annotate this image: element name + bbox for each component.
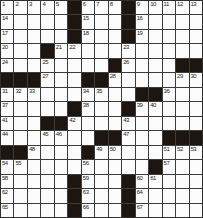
- crossword-cell[interactable]: [109, 204, 121, 217]
- clue-number: 48: [29, 146, 35, 153]
- black-square: [122, 15, 134, 28]
- clue-number: 63: [83, 189, 89, 196]
- black-square: [14, 146, 26, 159]
- crossword-cell[interactable]: 25: [41, 59, 53, 72]
- crossword-cell[interactable]: [28, 204, 40, 217]
- black-square: [41, 117, 53, 130]
- crossword-cell[interactable]: 44: [1, 131, 13, 144]
- crossword-cell[interactable]: [55, 59, 67, 72]
- crossword-cell[interactable]: [14, 204, 26, 217]
- clue-number: 38: [83, 102, 89, 109]
- clue-number: 43: [123, 117, 129, 124]
- crossword-cell[interactable]: [68, 131, 80, 144]
- clue-number: 39: [137, 102, 143, 109]
- clue-number: 51: [164, 146, 170, 153]
- crossword-cell[interactable]: [149, 117, 161, 130]
- clue-number: 52: [177, 146, 183, 153]
- crossword-cell[interactable]: [28, 160, 40, 173]
- crossword-cell[interactable]: [163, 30, 175, 43]
- black-square: [122, 30, 134, 43]
- crossword-cell[interactable]: 50: [109, 146, 121, 159]
- crossword-cell[interactable]: [176, 30, 188, 43]
- crossword-grid: 1234567891011121314151617181920212223242…: [0, 0, 203, 218]
- black-square: [95, 131, 107, 144]
- black-square: [14, 73, 26, 86]
- crossword-cell[interactable]: [28, 15, 40, 28]
- crossword-cell[interactable]: 40: [149, 102, 161, 115]
- crossword-cell[interactable]: [190, 30, 202, 43]
- clue-number: 32: [15, 88, 21, 95]
- black-square: [122, 1, 134, 14]
- black-square: [109, 59, 121, 72]
- crossword-cell[interactable]: [109, 30, 121, 43]
- crossword-cell[interactable]: [122, 160, 134, 173]
- black-square: [149, 88, 161, 101]
- crossword-cell[interactable]: 30: [190, 73, 202, 86]
- crossword-cell[interactable]: [28, 30, 40, 43]
- black-square: [176, 59, 188, 72]
- clue-number: 27: [42, 73, 48, 80]
- clue-number: 37: [2, 102, 8, 109]
- crossword-cell[interactable]: [176, 88, 188, 101]
- crossword-cell[interactable]: [28, 189, 40, 202]
- black-square: [122, 189, 134, 202]
- clue-number: 18: [83, 30, 89, 37]
- crossword-cell[interactable]: [28, 117, 40, 130]
- crossword-cell[interactable]: 54: [1, 160, 13, 173]
- crossword-cell[interactable]: [176, 117, 188, 130]
- black-square: [163, 131, 175, 144]
- crossword-cell[interactable]: [55, 189, 67, 202]
- crossword-cell[interactable]: 6: [82, 1, 94, 14]
- clue-number: 33: [29, 88, 35, 95]
- crossword-cell[interactable]: [28, 102, 40, 115]
- crossword-cell[interactable]: [95, 175, 107, 188]
- crossword-cell[interactable]: [176, 102, 188, 115]
- crossword-cell[interactable]: [136, 146, 148, 159]
- crossword-cell[interactable]: 59: [82, 175, 94, 188]
- crossword-cell[interactable]: [163, 175, 175, 188]
- crossword-cell[interactable]: 1: [1, 1, 13, 14]
- crossword-cell[interactable]: [163, 102, 175, 115]
- crossword-cell[interactable]: 3: [28, 1, 40, 14]
- clue-number: 65: [2, 204, 8, 211]
- crossword-cell[interactable]: 32: [14, 88, 26, 101]
- black-square: [190, 59, 202, 72]
- crossword-cell[interactable]: [14, 59, 26, 72]
- crossword-cell[interactable]: 13: [190, 1, 202, 14]
- black-square: [149, 160, 161, 173]
- black-square: [68, 30, 80, 43]
- crossword-cell[interactable]: [136, 131, 148, 144]
- crossword-cell[interactable]: 41: [1, 117, 13, 130]
- crossword-cell[interactable]: [149, 204, 161, 217]
- crossword-cell[interactable]: 28: [109, 73, 121, 86]
- clue-number: 41: [2, 117, 8, 124]
- crossword-cell[interactable]: 31: [1, 88, 13, 101]
- crossword-cell[interactable]: 56: [82, 160, 94, 173]
- crossword-cell[interactable]: 10: [149, 1, 161, 14]
- crossword-cell[interactable]: 48: [28, 146, 40, 159]
- clue-number: 7: [96, 1, 99, 8]
- crossword-cell[interactable]: [190, 88, 202, 101]
- crossword-cell[interactable]: [55, 73, 67, 86]
- crossword-cell[interactable]: 23: [122, 44, 134, 57]
- crossword-cell[interactable]: 49: [95, 146, 107, 159]
- crossword-cell[interactable]: [149, 146, 161, 159]
- crossword-cell[interactable]: [163, 59, 175, 72]
- clue-number: 66: [83, 204, 89, 211]
- clue-number: 58: [2, 175, 8, 182]
- clue-number: 54: [2, 160, 8, 167]
- crossword-cell[interactable]: [176, 44, 188, 57]
- crossword-cell[interactable]: [14, 117, 26, 130]
- crossword-cell[interactable]: [136, 117, 148, 130]
- crossword-cell[interactable]: [95, 30, 107, 43]
- crossword-cell[interactable]: [55, 160, 67, 173]
- crossword-cell[interactable]: [41, 189, 53, 202]
- crossword-cell[interactable]: [176, 160, 188, 173]
- crossword-cell[interactable]: [41, 88, 53, 101]
- clue-number: 24: [2, 59, 8, 66]
- crossword-cell[interactable]: 35: [95, 88, 107, 101]
- clue-number: 57: [164, 160, 170, 167]
- crossword-cell[interactable]: [149, 30, 161, 43]
- clue-number: 34: [83, 88, 89, 95]
- crossword-cell[interactable]: [190, 15, 202, 28]
- crossword-cell[interactable]: 66: [82, 204, 94, 217]
- clue-number: 61: [150, 175, 156, 182]
- crossword-cell[interactable]: 65: [1, 204, 13, 217]
- crossword-cell[interactable]: [82, 117, 94, 130]
- crossword-cell[interactable]: [95, 102, 107, 115]
- clue-number: 21: [56, 44, 62, 51]
- crossword-cell[interactable]: [14, 189, 26, 202]
- crossword-cell[interactable]: [14, 15, 26, 28]
- crossword-cell[interactable]: [68, 146, 80, 159]
- clue-number: 64: [137, 189, 143, 196]
- crossword-cell[interactable]: [41, 30, 53, 43]
- crossword-cell[interactable]: [190, 102, 202, 115]
- crossword-cell[interactable]: 20: [1, 44, 13, 57]
- clue-number: 12: [177, 1, 183, 8]
- clue-number: 9: [137, 1, 140, 8]
- crossword-cell[interactable]: [55, 146, 67, 159]
- clue-number: 31: [2, 88, 8, 95]
- crossword-cell[interactable]: [14, 30, 26, 43]
- crossword-cell[interactable]: [68, 160, 80, 173]
- black-square: [55, 117, 67, 130]
- crossword-cell[interactable]: [149, 59, 161, 72]
- clue-number: 40: [150, 102, 156, 109]
- crossword-cell[interactable]: 37: [1, 102, 13, 115]
- crossword-cell[interactable]: 52: [176, 146, 188, 159]
- crossword-cell[interactable]: [109, 117, 121, 130]
- black-square: [95, 73, 107, 86]
- clue-number: 6: [83, 1, 86, 8]
- crossword-cell[interactable]: [82, 59, 94, 72]
- clue-number: 30: [191, 73, 197, 80]
- crossword-cell[interactable]: [95, 204, 107, 217]
- clue-number: 42: [69, 117, 75, 124]
- clue-number: 25: [42, 59, 48, 66]
- clue-number: 15: [83, 15, 89, 22]
- crossword-cell[interactable]: [136, 160, 148, 173]
- crossword-cell[interactable]: [190, 117, 202, 130]
- crossword-cell[interactable]: [190, 204, 202, 217]
- black-square: [68, 102, 80, 115]
- clue-number: 36: [164, 88, 170, 95]
- crossword-puzzle: 1234567891011121314151617181920212223242…: [0, 0, 203, 218]
- crossword-cell[interactable]: [136, 44, 148, 57]
- crossword-cell[interactable]: 2: [14, 1, 26, 14]
- crossword-cell[interactable]: 14: [1, 15, 13, 28]
- clue-number: 4: [42, 1, 45, 8]
- crossword-cell[interactable]: [109, 189, 121, 202]
- clue-number: 45: [42, 131, 48, 138]
- clue-number: 20: [2, 44, 8, 51]
- crossword-cell[interactable]: [190, 189, 202, 202]
- crossword-cell[interactable]: [68, 88, 80, 101]
- crossword-cell[interactable]: 17: [1, 30, 13, 43]
- crossword-cell[interactable]: [28, 175, 40, 188]
- clue-number: 2: [15, 1, 18, 8]
- crossword-cell[interactable]: [55, 175, 67, 188]
- clue-number: 17: [2, 30, 8, 37]
- crossword-cell[interactable]: [95, 44, 107, 57]
- crossword-cell[interactable]: [163, 204, 175, 217]
- crossword-cell[interactable]: 67: [136, 204, 148, 217]
- clue-number: 50: [110, 146, 116, 153]
- crossword-cell[interactable]: 33: [28, 88, 40, 101]
- crossword-cell[interactable]: [95, 59, 107, 72]
- crossword-cell[interactable]: [149, 131, 161, 144]
- black-square: [136, 88, 148, 101]
- crossword-cell[interactable]: [95, 117, 107, 130]
- crossword-cell[interactable]: 19: [136, 30, 148, 43]
- crossword-cell[interactable]: [95, 15, 107, 28]
- crossword-cell[interactable]: [28, 59, 40, 72]
- clue-number: 14: [2, 15, 8, 22]
- crossword-cell[interactable]: 53: [190, 146, 202, 159]
- crossword-cell[interactable]: [109, 44, 121, 57]
- clue-number: 28: [110, 73, 116, 80]
- crossword-cell[interactable]: 39: [136, 102, 148, 115]
- crossword-cell[interactable]: 9: [136, 1, 148, 14]
- crossword-cell[interactable]: 43: [122, 117, 134, 130]
- crossword-cell[interactable]: [28, 44, 40, 57]
- crossword-cell[interactable]: [82, 131, 94, 144]
- crossword-cell[interactable]: 27: [41, 73, 53, 86]
- crossword-cell[interactable]: [136, 59, 148, 72]
- crossword-cell[interactable]: 42: [68, 117, 80, 130]
- clue-number: 59: [83, 175, 89, 182]
- clue-number: 19: [137, 30, 143, 37]
- clue-number: 46: [56, 131, 62, 138]
- crossword-cell[interactable]: [149, 189, 161, 202]
- crossword-cell[interactable]: [149, 73, 161, 86]
- crossword-cell[interactable]: [176, 189, 188, 202]
- clue-number: 13: [191, 1, 197, 8]
- crossword-cell[interactable]: 11: [163, 1, 175, 14]
- crossword-cell[interactable]: [122, 73, 134, 86]
- black-square: [190, 131, 202, 144]
- clue-number: 5: [56, 1, 59, 8]
- crossword-cell[interactable]: 45: [41, 131, 53, 144]
- clue-number: 22: [69, 44, 75, 51]
- clue-number: 55: [15, 160, 21, 167]
- crossword-cell[interactable]: [190, 175, 202, 188]
- crossword-cell[interactable]: 36: [163, 88, 175, 101]
- crossword-cell[interactable]: [41, 204, 53, 217]
- crossword-cell[interactable]: 15: [82, 15, 94, 28]
- black-square: [68, 189, 80, 202]
- crossword-cell[interactable]: [41, 160, 53, 173]
- black-square: [41, 44, 53, 57]
- black-square: [122, 204, 134, 217]
- crossword-cell[interactable]: [163, 189, 175, 202]
- crossword-cell[interactable]: 57: [163, 160, 175, 173]
- clue-number: 67: [137, 204, 143, 211]
- crossword-cell[interactable]: [68, 59, 80, 72]
- crossword-cell[interactable]: [55, 88, 67, 101]
- crossword-cell[interactable]: [55, 102, 67, 115]
- crossword-cell[interactable]: 58: [1, 175, 13, 188]
- crossword-cell[interactable]: [176, 175, 188, 188]
- crossword-cell[interactable]: [176, 15, 188, 28]
- crossword-cell[interactable]: [136, 73, 148, 86]
- crossword-cell[interactable]: 55: [14, 160, 26, 173]
- crossword-cell[interactable]: [95, 160, 107, 173]
- crossword-cell[interactable]: [68, 73, 80, 86]
- crossword-cell[interactable]: [14, 44, 26, 57]
- crossword-cell[interactable]: [163, 15, 175, 28]
- black-square: [82, 146, 94, 159]
- crossword-cell[interactable]: 4: [41, 1, 53, 14]
- crossword-cell[interactable]: 5: [55, 1, 67, 14]
- crossword-cell[interactable]: 29: [176, 73, 188, 86]
- clue-number: 29: [177, 73, 183, 80]
- clue-number: 1: [2, 1, 5, 8]
- crossword-cell[interactable]: [55, 204, 67, 217]
- crossword-cell[interactable]: 38: [82, 102, 94, 115]
- clue-number: 44: [2, 131, 8, 138]
- crossword-cell[interactable]: [122, 146, 134, 159]
- crossword-cell[interactable]: 64: [136, 189, 148, 202]
- crossword-cell[interactable]: [14, 102, 26, 115]
- crossword-cell[interactable]: [163, 73, 175, 86]
- clue-number: 49: [96, 146, 102, 153]
- black-square: [68, 1, 80, 14]
- clue-number: 26: [123, 59, 129, 66]
- crossword-cell[interactable]: 12: [176, 1, 188, 14]
- crossword-cell[interactable]: [28, 131, 40, 144]
- crossword-cell[interactable]: [163, 44, 175, 57]
- clue-number: 62: [2, 189, 8, 196]
- crossword-cell[interactable]: 61: [149, 175, 161, 188]
- crossword-cell[interactable]: 47: [122, 131, 134, 144]
- black-square: [68, 15, 80, 28]
- crossword-cell[interactable]: [109, 102, 121, 115]
- clue-number: 3: [29, 1, 32, 8]
- clue-number: 47: [123, 131, 129, 138]
- crossword-cell[interactable]: 62: [1, 189, 13, 202]
- crossword-cell[interactable]: [109, 15, 121, 28]
- clue-number: 23: [123, 44, 129, 51]
- crossword-cell[interactable]: [41, 175, 53, 188]
- crossword-cell[interactable]: [109, 175, 121, 188]
- clue-number: 10: [150, 1, 156, 8]
- clue-number: 56: [83, 160, 89, 167]
- black-square: [1, 146, 13, 159]
- crossword-cell[interactable]: [163, 117, 175, 130]
- black-square: [109, 131, 121, 144]
- crossword-cell[interactable]: 24: [1, 59, 13, 72]
- clue-number: 16: [137, 15, 143, 22]
- crossword-cell[interactable]: 16: [136, 15, 148, 28]
- crossword-cell[interactable]: [109, 88, 121, 101]
- black-square: [82, 73, 94, 86]
- crossword-cell[interactable]: 21: [55, 44, 67, 57]
- black-square: [176, 131, 188, 144]
- crossword-cell[interactable]: [109, 160, 121, 173]
- crossword-cell[interactable]: 7: [95, 1, 107, 14]
- crossword-cell[interactable]: [190, 44, 202, 57]
- crossword-cell[interactable]: 8: [109, 1, 121, 14]
- crossword-cell[interactable]: 63: [82, 189, 94, 202]
- black-square: [122, 175, 134, 188]
- crossword-cell[interactable]: 60: [136, 175, 148, 188]
- crossword-cell[interactable]: 22: [68, 44, 80, 57]
- crossword-cell[interactable]: [149, 44, 161, 57]
- crossword-cell[interactable]: 34: [82, 88, 94, 101]
- crossword-cell[interactable]: [55, 30, 67, 43]
- clue-number: 11: [164, 1, 169, 8]
- crossword-cell[interactable]: [95, 189, 107, 202]
- black-square: [1, 73, 13, 86]
- crossword-cell[interactable]: 51: [163, 146, 175, 159]
- crossword-cell[interactable]: [41, 15, 53, 28]
- clue-number: 53: [191, 146, 197, 153]
- crossword-cell[interactable]: [149, 15, 161, 28]
- crossword-cell[interactable]: [41, 102, 53, 115]
- black-square: [122, 102, 134, 115]
- crossword-cell[interactable]: 18: [82, 30, 94, 43]
- clue-number: 35: [96, 88, 102, 95]
- clue-number: 8: [110, 1, 113, 8]
- black-square: [68, 204, 80, 217]
- crossword-cell[interactable]: [14, 175, 26, 188]
- crossword-cell[interactable]: [55, 15, 67, 28]
- crossword-cell[interactable]: [122, 88, 134, 101]
- crossword-cell[interactable]: 26: [122, 59, 134, 72]
- crossword-cell[interactable]: [41, 146, 53, 159]
- crossword-cell[interactable]: [176, 204, 188, 217]
- crossword-cell[interactable]: [82, 44, 94, 57]
- clue-number: 60: [137, 175, 143, 182]
- crossword-cell[interactable]: [14, 131, 26, 144]
- black-square: [28, 73, 40, 86]
- crossword-cell[interactable]: 46: [55, 131, 67, 144]
- crossword-cell[interactable]: [190, 160, 202, 173]
- black-square: [68, 175, 80, 188]
